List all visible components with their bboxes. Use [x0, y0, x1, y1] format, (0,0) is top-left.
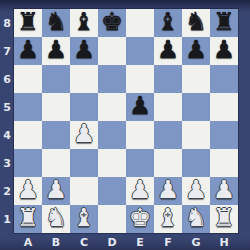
- square-b6[interactable]: [42, 65, 70, 93]
- square-e4[interactable]: [126, 121, 154, 149]
- black-pawn[interactable]: ♟: [73, 36, 95, 64]
- square-b8[interactable]: ♞: [42, 9, 70, 37]
- white-pawn[interactable]: ♟: [185, 176, 207, 204]
- square-f6[interactable]: [154, 65, 182, 93]
- black-knight[interactable]: ♞: [45, 8, 67, 36]
- black-bishop[interactable]: ♝: [73, 8, 95, 36]
- square-c2[interactable]: [70, 177, 98, 205]
- white-bishop[interactable]: ♝: [157, 204, 179, 232]
- square-g1[interactable]: ♞: [182, 205, 210, 233]
- square-f1[interactable]: ♝: [154, 205, 182, 233]
- square-h7[interactable]: ♟: [210, 37, 238, 65]
- file-label-e: E: [126, 235, 154, 250]
- white-rook[interactable]: ♜: [17, 204, 39, 232]
- square-f7[interactable]: ♟: [154, 37, 182, 65]
- white-pawn[interactable]: ♟: [45, 176, 67, 204]
- square-h4[interactable]: [210, 121, 238, 149]
- white-pawn[interactable]: ♟: [129, 176, 151, 204]
- file-label-d: D: [98, 235, 126, 250]
- rank-labels: 87654321: [0, 9, 14, 233]
- rank-label-2: 2: [0, 177, 14, 205]
- square-a5[interactable]: [14, 93, 42, 121]
- rank-label-4: 4: [0, 121, 14, 149]
- rank-label-3: 3: [0, 149, 14, 177]
- square-a6[interactable]: [14, 65, 42, 93]
- square-e5[interactable]: ♟: [126, 93, 154, 121]
- file-label-g: G: [182, 235, 210, 250]
- file-label-h: H: [210, 235, 238, 250]
- square-c7[interactable]: ♟: [70, 37, 98, 65]
- square-d6[interactable]: [98, 65, 126, 93]
- rank-label-8: 8: [0, 9, 14, 37]
- black-knight[interactable]: ♞: [185, 8, 207, 36]
- square-b1[interactable]: ♞: [42, 205, 70, 233]
- white-pawn[interactable]: ♟: [213, 176, 235, 204]
- square-d2[interactable]: [98, 177, 126, 205]
- square-b3[interactable]: [42, 149, 70, 177]
- square-b5[interactable]: [42, 93, 70, 121]
- white-pawn[interactable]: ♟: [17, 176, 39, 204]
- square-f8[interactable]: ♝: [154, 9, 182, 37]
- square-b7[interactable]: ♟: [42, 37, 70, 65]
- rank-label-1: 1: [0, 205, 14, 233]
- black-pawn[interactable]: ♟: [213, 36, 235, 64]
- file-label-b: B: [42, 235, 70, 250]
- black-king[interactable]: ♚: [101, 8, 123, 36]
- square-g8[interactable]: ♞: [182, 9, 210, 37]
- black-rook[interactable]: ♜: [17, 8, 39, 36]
- white-king[interactable]: ♚: [129, 204, 151, 232]
- square-g5[interactable]: [182, 93, 210, 121]
- square-a3[interactable]: [14, 149, 42, 177]
- black-pawn[interactable]: ♟: [185, 36, 207, 64]
- square-g3[interactable]: [182, 149, 210, 177]
- rank-label-5: 5: [0, 93, 14, 121]
- square-c5[interactable]: [70, 93, 98, 121]
- square-a2[interactable]: ♟: [14, 177, 42, 205]
- square-b2[interactable]: ♟: [42, 177, 70, 205]
- square-g4[interactable]: [182, 121, 210, 149]
- square-h6[interactable]: [210, 65, 238, 93]
- square-g2[interactable]: ♟: [182, 177, 210, 205]
- chess-board[interactable]: ♜♞♝♚♝♞♜♟♟♟♟♟♟♟♟♟♟♟♟♟♟♜♞♝♚♝♞♜: [14, 9, 238, 233]
- square-e3[interactable]: [126, 149, 154, 177]
- square-d5[interactable]: [98, 93, 126, 121]
- white-knight[interactable]: ♞: [45, 204, 67, 232]
- black-rook[interactable]: ♜: [213, 8, 235, 36]
- square-a4[interactable]: [14, 121, 42, 149]
- black-pawn[interactable]: ♟: [129, 92, 151, 120]
- square-f2[interactable]: ♟: [154, 177, 182, 205]
- white-pawn[interactable]: ♟: [73, 120, 95, 148]
- square-c8[interactable]: ♝: [70, 9, 98, 37]
- square-d8[interactable]: ♚: [98, 9, 126, 37]
- square-h3[interactable]: [210, 149, 238, 177]
- square-h8[interactable]: ♜: [210, 9, 238, 37]
- square-d7[interactable]: [98, 37, 126, 65]
- black-pawn[interactable]: ♟: [45, 36, 67, 64]
- square-c6[interactable]: [70, 65, 98, 93]
- black-bishop[interactable]: ♝: [157, 8, 179, 36]
- file-labels: ABCDEFGH: [14, 235, 238, 250]
- square-f3[interactable]: [154, 149, 182, 177]
- black-pawn[interactable]: ♟: [157, 36, 179, 64]
- rank-label-7: 7: [0, 37, 14, 65]
- square-c3[interactable]: [70, 149, 98, 177]
- square-d4[interactable]: [98, 121, 126, 149]
- white-knight[interactable]: ♞: [185, 204, 207, 232]
- square-f4[interactable]: [154, 121, 182, 149]
- square-e6[interactable]: [126, 65, 154, 93]
- square-d3[interactable]: [98, 149, 126, 177]
- white-pawn[interactable]: ♟: [157, 176, 179, 204]
- square-a1[interactable]: ♜: [14, 205, 42, 233]
- square-e1[interactable]: ♚: [126, 205, 154, 233]
- square-e8[interactable]: [126, 9, 154, 37]
- chess-diagram-frame: 87654321 ♜♞♝♚♝♞♜♟♟♟♟♟♟♟♟♟♟♟♟♟♟♜♞♝♚♝♞♜ AB…: [0, 0, 250, 250]
- square-a7[interactable]: ♟: [14, 37, 42, 65]
- square-h2[interactable]: ♟: [210, 177, 238, 205]
- black-pawn[interactable]: ♟: [17, 36, 39, 64]
- square-a8[interactable]: ♜: [14, 9, 42, 37]
- square-f5[interactable]: [154, 93, 182, 121]
- white-bishop[interactable]: ♝: [73, 204, 95, 232]
- square-e2[interactable]: ♟: [126, 177, 154, 205]
- file-label-f: F: [154, 235, 182, 250]
- square-e7[interactable]: [126, 37, 154, 65]
- square-h5[interactable]: [210, 93, 238, 121]
- square-g7[interactable]: ♟: [182, 37, 210, 65]
- rank-label-6: 6: [0, 65, 14, 93]
- square-g6[interactable]: [182, 65, 210, 93]
- square-h1[interactable]: ♜: [210, 205, 238, 233]
- square-c1[interactable]: ♝: [70, 205, 98, 233]
- file-label-a: A: [14, 235, 42, 250]
- square-d1[interactable]: [98, 205, 126, 233]
- square-c4[interactable]: ♟: [70, 121, 98, 149]
- white-rook[interactable]: ♜: [213, 204, 235, 232]
- square-b4[interactable]: [42, 121, 70, 149]
- file-label-c: C: [70, 235, 98, 250]
